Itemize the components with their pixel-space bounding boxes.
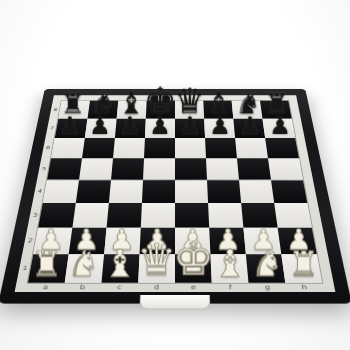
- square-f4: [207, 180, 241, 203]
- square-g7: ♟: [233, 119, 265, 138]
- piece-white-rook: ♜: [31, 247, 62, 281]
- piece-white-bishop: ♝: [213, 244, 247, 282]
- square-e6: [175, 138, 206, 158]
- square-a5: [47, 158, 82, 180]
- piece-white-rook: ♜: [288, 247, 319, 281]
- piece-black-pawn: ♟: [119, 113, 141, 137]
- scene: ♜♞♝♚♛♝♞♜♟♟♟♟♟♟♟♟♟♟♟♟♟♟♟♟♜♞♝♛♚♝♞♜ abcdefg…: [0, 0, 350, 350]
- square-d6: [144, 138, 175, 158]
- square-d5: [143, 158, 175, 180]
- board-coordinate-border: ♜♞♝♚♛♝♞♜♟♟♟♟♟♟♟♟♟♟♟♟♟♟♟♟♜♞♝♛♚♝♞♜ abcdefg…: [15, 95, 336, 292]
- square-a7: ♟: [55, 119, 88, 138]
- square-b5: [79, 158, 113, 180]
- square-h7: ♟: [263, 119, 296, 138]
- rank-label-5: 5: [39, 166, 50, 173]
- piece-white-queen: ♛: [137, 238, 176, 282]
- rank-label-8: 8: [50, 107, 60, 113]
- square-d7: ♟: [145, 119, 175, 138]
- square-e5: [175, 158, 207, 180]
- square-h4: [271, 180, 307, 203]
- square-c1: ♝: [101, 254, 139, 282]
- piece-white-king: ♚: [173, 236, 214, 282]
- square-g4: [239, 180, 274, 203]
- piece-white-bishop: ♝: [103, 244, 137, 282]
- file-label-g: g: [261, 283, 274, 292]
- file-label-h: h: [298, 283, 311, 292]
- chess-board-grid: ♜♞♝♚♛♝♞♜♟♟♟♟♟♟♟♟♟♟♟♟♟♟♟♟♜♞♝♛♚♝♞♜: [28, 101, 322, 283]
- square-g5: [237, 158, 271, 180]
- piece-black-pawn: ♟: [209, 113, 231, 137]
- product-photo-chess-set: ♜♞♝♚♛♝♞♜♟♟♟♟♟♟♟♟♟♟♟♟♟♟♟♟♜♞♝♛♚♝♞♜ abcdefg…: [0, 0, 350, 350]
- piece-black-pawn: ♟: [149, 113, 171, 137]
- piece-black-pawn: ♟: [179, 113, 201, 137]
- square-b1: ♞: [65, 254, 104, 282]
- square-f1: ♝: [210, 254, 248, 282]
- file-label-c: c: [113, 283, 125, 292]
- board-frame: ♜♞♝♚♛♝♞♜♟♟♟♟♟♟♟♟♟♟♟♟♟♟♟♟♜♞♝♛♚♝♞♜ abcdefg…: [0, 89, 350, 304]
- piece-black-pawn: ♟: [239, 113, 261, 137]
- square-b4: [76, 180, 111, 203]
- square-c6: [113, 138, 145, 158]
- rank-label-7: 7: [47, 125, 57, 131]
- piece-white-knight: ♞: [67, 246, 99, 282]
- square-g6: [235, 138, 268, 158]
- square-a6: [51, 138, 85, 158]
- square-d4: [142, 180, 175, 203]
- square-f5: [206, 158, 239, 180]
- square-a4: [43, 180, 79, 203]
- clasp-tab: [139, 295, 210, 310]
- rank-label-6: 6: [43, 145, 54, 151]
- piece-black-pawn: ♟: [89, 113, 111, 137]
- square-b7: ♟: [85, 119, 117, 138]
- square-e4: [175, 180, 208, 203]
- piece-white-knight: ♞: [251, 246, 283, 282]
- square-c7: ♟: [115, 119, 146, 138]
- square-h5: [268, 158, 303, 180]
- piece-black-pawn: ♟: [59, 113, 81, 137]
- square-g1: ♞: [246, 254, 285, 282]
- square-a1: ♜: [28, 254, 69, 282]
- square-b6: [82, 138, 115, 158]
- square-c4: [109, 180, 143, 203]
- file-label-d: d: [151, 283, 163, 292]
- piece-black-pawn: ♟: [269, 113, 291, 137]
- file-label-e: e: [188, 283, 200, 292]
- square-e1: ♚: [175, 254, 212, 282]
- folding-chess-board: ♜♞♝♚♛♝♞♜♟♟♟♟♟♟♟♟♟♟♟♟♟♟♟♟♜♞♝♛♚♝♞♜ abcdefg…: [0, 89, 350, 304]
- square-h6: [265, 138, 299, 158]
- square-h1: ♜: [281, 254, 322, 282]
- square-e7: ♟: [175, 119, 205, 138]
- file-label-a: a: [39, 283, 52, 292]
- file-label-b: b: [76, 283, 89, 292]
- square-d1: ♛: [138, 254, 175, 282]
- square-f7: ♟: [204, 119, 235, 138]
- square-c5: [111, 158, 144, 180]
- square-f6: [205, 138, 237, 158]
- file-label-f: f: [224, 283, 236, 292]
